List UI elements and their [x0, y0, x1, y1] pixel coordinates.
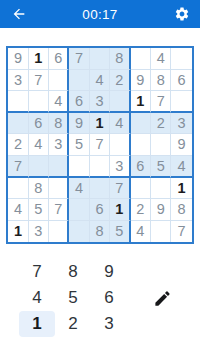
cell-r9c4[interactable] [69, 221, 89, 243]
numpad-6[interactable]: 6 [91, 285, 127, 311]
cell-r8c2[interactable]: 5 [29, 199, 49, 221]
cell-r4c9[interactable]: 3 [171, 113, 191, 135]
cell-r7c5[interactable] [90, 178, 110, 200]
cell-r4c8[interactable]: 2 [151, 113, 171, 135]
cell-r8c4[interactable] [69, 199, 89, 221]
cell-r1c2[interactable]: 1 [29, 48, 49, 70]
cell-r9c6[interactable]: 5 [110, 221, 130, 243]
arrow-left-icon [11, 6, 27, 22]
cell-r3c6[interactable] [110, 91, 130, 113]
cell-r6c4[interactable] [69, 156, 89, 178]
cell-r5c5[interactable]: 7 [90, 134, 110, 156]
cell-r5c7[interactable] [131, 134, 151, 156]
cell-r5c3[interactable]: 3 [49, 134, 69, 156]
numpad-8[interactable]: 8 [55, 259, 91, 285]
numpad-1[interactable]: 1 [19, 311, 55, 337]
cell-r8c7[interactable]: 2 [131, 199, 151, 221]
cell-r7c2[interactable]: 8 [29, 178, 49, 200]
cell-r4c2[interactable]: 6 [29, 113, 49, 135]
sudoku-board: 9167843742986463176891423243579736548471… [6, 46, 194, 244]
numpad-3[interactable]: 3 [91, 311, 127, 337]
cell-r1c1[interactable]: 9 [8, 48, 28, 70]
cell-r3c8[interactable]: 7 [151, 91, 171, 113]
cell-r1c8[interactable]: 4 [151, 48, 171, 70]
cell-r2c1[interactable]: 3 [8, 70, 28, 92]
cell-r7c9[interactable]: 1 [171, 178, 191, 200]
cell-r5c4[interactable]: 5 [69, 134, 89, 156]
cell-r5c6[interactable] [110, 134, 130, 156]
cell-r3c4[interactable]: 6 [69, 91, 89, 113]
timer: 00:17 [0, 7, 200, 22]
cell-r2c6[interactable]: 2 [110, 70, 130, 92]
cell-r6c1[interactable]: 7 [8, 156, 28, 178]
cell-r6c5[interactable] [90, 156, 110, 178]
settings-button[interactable] [173, 6, 190, 23]
cell-r7c6[interactable]: 7 [110, 178, 130, 200]
cell-r1c9[interactable] [171, 48, 191, 70]
cell-r8c3[interactable]: 7 [49, 199, 69, 221]
cell-r7c1[interactable] [8, 178, 28, 200]
cell-r8c8[interactable]: 9 [151, 199, 171, 221]
cell-r3c1[interactable] [8, 91, 28, 113]
cell-r7c8[interactable] [151, 178, 171, 200]
numpad: 789456123 [19, 259, 127, 337]
cell-r6c7[interactable]: 6 [131, 156, 151, 178]
cell-r5c2[interactable]: 4 [29, 134, 49, 156]
cell-r1c6[interactable]: 8 [110, 48, 130, 70]
cell-r1c5[interactable] [90, 48, 110, 70]
cell-r4c3[interactable]: 8 [49, 113, 69, 135]
cell-r6c3[interactable] [49, 156, 69, 178]
cell-r4c1[interactable] [8, 113, 28, 135]
cell-r6c8[interactable]: 5 [151, 156, 171, 178]
cell-r2c4[interactable] [69, 70, 89, 92]
cell-r3c5[interactable]: 3 [90, 91, 110, 113]
cell-r3c2[interactable] [29, 91, 49, 113]
cell-r1c7[interactable] [131, 48, 151, 70]
cell-r6c2[interactable] [29, 156, 49, 178]
cell-r1c4[interactable]: 7 [69, 48, 89, 70]
numpad-7[interactable]: 7 [19, 259, 55, 285]
numpad-5[interactable]: 5 [55, 285, 91, 311]
cell-r8c9[interactable]: 8 [171, 199, 191, 221]
cell-r6c6[interactable]: 3 [110, 156, 130, 178]
cell-r7c4[interactable]: 4 [69, 178, 89, 200]
cell-r9c9[interactable]: 7 [171, 221, 191, 243]
cell-r2c7[interactable]: 9 [131, 70, 151, 92]
numpad-2[interactable]: 2 [55, 311, 91, 337]
cell-r3c3[interactable]: 4 [49, 91, 69, 113]
cell-r3c7[interactable]: 1 [131, 91, 151, 113]
app-header: 00:17 [0, 0, 200, 28]
cell-r4c7[interactable] [131, 113, 151, 135]
cell-r9c8[interactable] [151, 221, 171, 243]
cell-r3c9[interactable] [171, 91, 191, 113]
cell-r9c7[interactable]: 4 [131, 221, 151, 243]
cell-r4c6[interactable]: 4 [110, 113, 130, 135]
cell-r5c9[interactable]: 9 [171, 134, 191, 156]
cell-r7c3[interactable] [49, 178, 69, 200]
numpad-4[interactable]: 4 [19, 285, 55, 311]
cell-r8c6[interactable]: 1 [110, 199, 130, 221]
cell-r6c9[interactable]: 4 [171, 156, 191, 178]
numpad-9[interactable]: 9 [91, 259, 127, 285]
cell-r9c1[interactable]: 1 [8, 221, 28, 243]
pencil-button[interactable] [151, 287, 173, 309]
cell-r8c5[interactable]: 6 [90, 199, 110, 221]
gear-icon [174, 6, 190, 22]
cell-r1c3[interactable]: 6 [49, 48, 69, 70]
cell-r2c5[interactable]: 4 [90, 70, 110, 92]
cell-r7c7[interactable] [131, 178, 151, 200]
cell-r8c1[interactable]: 4 [8, 199, 28, 221]
back-button[interactable] [10, 6, 27, 23]
numpad-area: 789456123 [0, 259, 200, 337]
cell-r2c3[interactable] [49, 70, 69, 92]
cell-r5c8[interactable] [151, 134, 171, 156]
cell-r2c2[interactable]: 7 [29, 70, 49, 92]
cell-r4c5[interactable]: 1 [90, 113, 110, 135]
cell-r5c1[interactable]: 2 [8, 134, 28, 156]
cell-r2c9[interactable]: 6 [171, 70, 191, 92]
cell-r2c8[interactable]: 8 [151, 70, 171, 92]
cell-r4c4[interactable]: 9 [69, 113, 89, 135]
cell-r9c2[interactable]: 3 [29, 221, 49, 243]
cell-r9c3[interactable] [49, 221, 69, 243]
cell-r9c5[interactable]: 8 [90, 221, 110, 243]
pencil-icon [153, 289, 172, 308]
